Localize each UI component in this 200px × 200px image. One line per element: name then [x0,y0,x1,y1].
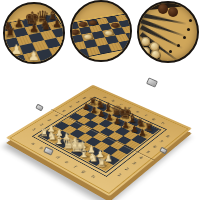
mini-square: ♟ [47,21,62,30]
mini-square: ♟ [23,52,40,64]
mini-square [125,32,132,40]
point-tip-dot [169,50,172,53]
coord-label: 7 [75,101,80,104]
dark-checker [70,29,80,36]
mini-square [79,27,92,35]
mini-square [70,28,81,36]
mini-square [106,16,118,23]
white-pawn: ♟ [60,33,65,44]
coord-label: h [160,121,165,124]
dark-checker [78,21,88,27]
coord-label: 1 [31,128,37,131]
mini-square [102,29,115,37]
mini-checkers-grid [70,14,132,59]
dark-backgammon-piece [168,7,178,17]
piece-shadow [39,25,48,30]
piece-shadow [100,163,109,169]
black-rook: ♜ [4,27,17,38]
coord-label: 1 [116,173,122,177]
mini-square: ♞ [36,23,51,32]
light-checker [83,33,94,40]
mini-square [20,43,37,55]
piece-shadow [59,38,65,43]
inset-checkers-perspective [72,2,130,60]
mini-square [97,44,111,54]
light-backgammon-piece [151,50,160,59]
black-king: ♚ [24,10,36,26]
mini-square [119,40,132,49]
chessboard: abcdefgh abcdefgh 87654321 87654321 ♜♞♝♛… [6,85,192,196]
mini-square [96,18,108,25]
piece-shadow [10,48,20,54]
mini-square: ♝ [43,14,58,23]
chessboard-perspective: abcdefgh abcdefgh 87654321 87654321 ♜♞♝♛… [34,67,166,199]
piece-shadow [50,23,59,28]
point-tip-dot [187,28,190,31]
light-checker [103,30,114,37]
point-tip-dot [183,36,186,39]
mini-square: ♜ [3,30,16,40]
mini-square [108,42,122,51]
mini-square: ♟ [56,35,65,46]
mini-chess-grid: ♞♟♚♛♝♜♟♞♟♟♟♟ [3,14,65,64]
mini-square [92,31,105,39]
mini-square [61,43,65,55]
coord-label: g [151,117,156,120]
mini-square: ♚ [22,18,37,27]
point-tip-dot [189,19,192,22]
light-backgammon-piece [141,37,150,46]
mini-square [10,54,27,64]
black-pawn: ♟ [28,23,40,33]
inset-chess-closeup: ♞♟♚♛♝♜♟♞♟♟♟♟ [3,2,65,64]
coord-label: c [119,103,124,106]
inset-backgammon-closeup [137,1,199,63]
coord-label: d [127,106,132,109]
mini-square [109,22,122,30]
piece-shadow [28,28,38,33]
coord-label: b [111,99,116,102]
black-knight: ♞ [3,19,13,31]
piece-shadow [3,25,10,30]
piece-shadow [26,55,37,61]
mini-square [77,21,89,28]
black-queen: ♛ [36,10,48,24]
mini-square [89,25,102,33]
mini-square [28,32,44,42]
mini-square [99,23,112,31]
mini-square [87,19,99,26]
mini-square [122,26,132,34]
piece-shadow [46,16,55,20]
dark-checker [88,20,98,26]
mini-square [129,38,132,47]
black-pawn: ♟ [51,19,63,29]
piece-shadow [4,32,14,37]
black-bishop: ♝ [47,10,59,22]
mini-chess-board: ♞♟♚♛♝♜♟♞♟♟♟♟ [3,12,65,64]
piece-shadow [24,21,33,26]
piece-shadow [13,23,22,28]
light-backgammon-piece [141,47,150,56]
mini-square [112,27,125,35]
mini-square [115,15,128,22]
mini-square: ♞ [3,23,13,32]
piece-shadow [35,19,44,23]
mini-square: ♟ [10,21,25,30]
mini-square [70,22,79,30]
inset-chess-perspective: ♞♟♚♛♝♜♟♞♟♟♟♟ [5,4,63,62]
point-tip-dot [177,44,180,47]
black-knight: ♞ [40,19,52,31]
mini-checkers-board [70,13,132,62]
dark-backgammon-piece [158,4,168,14]
mini-square [40,30,56,40]
mini-square [71,34,84,43]
coord-label: 5 [61,109,66,112]
black-pawn: ♟ [13,18,25,28]
mini-square [118,20,131,27]
coord-label: a [103,96,108,99]
dark-checker [110,22,121,28]
mini-square: ♛ [33,16,48,25]
mini-square [13,28,28,38]
mini-square [52,28,65,38]
inset-checkers-closeup [70,0,132,62]
mini-square: ♟ [25,25,40,35]
product-photo: ♞♟♚♛♝♜♟♞♟♟♟♟ abcdefgh abcdefgh 87654321 … [0,0,200,200]
